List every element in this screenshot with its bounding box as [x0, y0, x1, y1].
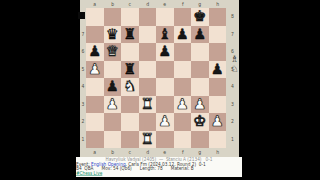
- file-label: c: [125, 150, 134, 154]
- square-a5: ♟: [86, 61, 104, 79]
- square-d8: [139, 8, 157, 26]
- thumbnail-stage: abcdefgh abcdefgh 87654321 87654321 ♚♛♜♝…: [0, 0, 320, 180]
- white-pawn-piece: ♟: [211, 113, 224, 131]
- chess-board-panel: abcdefgh abcdefgh 87654321 87654321 ♚♛♜♝…: [80, 0, 239, 157]
- square-c8: [121, 8, 139, 26]
- file-label: c: [125, 2, 134, 6]
- square-e5: [156, 61, 174, 79]
- chess-live-link[interactable]: #Chess Live: [76, 171, 102, 176]
- square-g5: [191, 61, 209, 79]
- square-e7: ♝: [156, 26, 174, 44]
- square-c4: ♞: [121, 78, 139, 96]
- white-pawn-piece: ♟: [106, 96, 119, 114]
- square-f8: [174, 8, 192, 26]
- rank-label: 4: [230, 82, 236, 91]
- square-d3: ♜: [139, 96, 157, 114]
- rank-label: 8: [230, 12, 236, 21]
- black-queen-piece: ♛: [106, 26, 119, 44]
- square-a7: [86, 26, 104, 44]
- file-label: b: [108, 2, 117, 6]
- footer-line: #Chess Live: [76, 171, 242, 176]
- rank-label: 3: [82, 100, 85, 109]
- square-h6: [209, 43, 227, 61]
- square-b7: ♛: [104, 26, 122, 44]
- file-label: e: [160, 150, 169, 154]
- square-e4: [156, 78, 174, 96]
- square-h8: [209, 8, 227, 26]
- square-e2: ♟: [156, 113, 174, 131]
- square-f2: [174, 113, 192, 131]
- square-e6: ♟: [156, 43, 174, 61]
- rank-label: 5: [82, 65, 85, 74]
- black-to-move-indicator: [78, 12, 85, 19]
- square-c5: ♜: [121, 61, 139, 79]
- rank-label: 6: [82, 47, 85, 56]
- white-rook-piece: ♜: [141, 96, 154, 114]
- file-label: e: [160, 2, 169, 6]
- square-f3: ♟: [174, 96, 192, 114]
- chess-board: ♚♛♜♝♟♟♟♛♟♟♜♟♟♞♟♜♟♟♟♚♟♜: [86, 8, 226, 148]
- rank-label: 1: [230, 135, 236, 144]
- black-pawn-piece: ♟: [193, 26, 206, 44]
- square-f7: ♟: [174, 26, 192, 44]
- black-bishop-piece: ♝: [158, 26, 171, 44]
- file-labels-top: abcdefgh: [86, 0, 226, 8]
- square-c6: [121, 43, 139, 61]
- black-king-piece: ♚: [193, 8, 206, 26]
- black-pawn-piece: ♟: [176, 26, 189, 44]
- square-b2: [104, 113, 122, 131]
- square-g6: [191, 43, 209, 61]
- white-rook-piece: ♜: [141, 131, 154, 149]
- black-pawn-piece: ♟: [211, 61, 224, 79]
- square-a8: [86, 8, 104, 26]
- square-c7: ♜: [121, 26, 139, 44]
- white-pawn-piece: ♟: [88, 61, 101, 79]
- square-a3: [86, 96, 104, 114]
- black-pawn-piece: ♟: [158, 43, 171, 61]
- square-f5: [174, 61, 192, 79]
- square-a1: [86, 131, 104, 149]
- rank-label: 3: [230, 100, 236, 109]
- white-king-piece: ♚: [193, 113, 206, 131]
- square-b8: [104, 8, 122, 26]
- black-rook-piece: ♜: [123, 61, 136, 79]
- square-b1: [104, 131, 122, 149]
- square-g2: ♚: [191, 113, 209, 131]
- square-c3: [121, 96, 139, 114]
- file-label: h: [213, 150, 222, 154]
- square-g3: ♟: [191, 96, 209, 114]
- square-b3: ♟: [104, 96, 122, 114]
- file-label: a: [90, 150, 99, 154]
- square-e3: [156, 96, 174, 114]
- file-label: f: [178, 150, 187, 154]
- rank-label: 4: [82, 82, 85, 91]
- square-c1: [121, 131, 139, 149]
- square-h5: ♟: [209, 61, 227, 79]
- square-d2: [139, 113, 157, 131]
- black-pawn-piece: ♟: [106, 78, 119, 96]
- square-e8: [156, 8, 174, 26]
- file-label: b: [108, 150, 117, 154]
- rank-label: 2: [230, 117, 236, 126]
- square-d5: [139, 61, 157, 79]
- white-pawn-piece: ♟: [176, 96, 189, 114]
- white-knight-piece: ♞: [123, 78, 136, 96]
- black-pawn-piece: ♟: [88, 43, 101, 61]
- square-f4: [174, 78, 192, 96]
- square-g7: ♟: [191, 26, 209, 44]
- square-d6: [139, 43, 157, 61]
- square-e1: [156, 131, 174, 149]
- square-g1: [191, 131, 209, 149]
- white-queen-piece: ♛: [106, 43, 119, 61]
- file-label: d: [143, 2, 152, 6]
- square-f1: [174, 131, 192, 149]
- material-knight-icon: ♘: [230, 64, 238, 74]
- square-a4: [86, 78, 104, 96]
- rank-labels-right: 87654321: [227, 8, 238, 148]
- square-h4: [209, 78, 227, 96]
- rank-label: 7: [230, 30, 236, 39]
- square-g4: [191, 78, 209, 96]
- square-d4: [139, 78, 157, 96]
- square-h1: [209, 131, 227, 149]
- black-rook-piece: ♜: [123, 26, 136, 44]
- rank-label: 7: [82, 30, 85, 39]
- square-h2: ♟: [209, 113, 227, 131]
- square-g8: ♚: [191, 8, 209, 26]
- file-label: d: [143, 150, 152, 154]
- file-label: f: [178, 2, 187, 6]
- square-a2: [86, 113, 104, 131]
- file-label: a: [90, 2, 99, 6]
- white-pawn-piece: ♟: [193, 96, 206, 114]
- white-pawn-piece: ♟: [158, 113, 171, 131]
- square-d1: ♜: [139, 131, 157, 149]
- material-imbalance-tray: ♗ ♘: [229, 54, 240, 74]
- square-b6: ♛: [104, 43, 122, 61]
- square-c2: [121, 113, 139, 131]
- file-label: h: [213, 2, 222, 6]
- square-b4: ♟: [104, 78, 122, 96]
- square-b5: [104, 61, 122, 79]
- square-f6: [174, 43, 192, 61]
- material-bishop-icon: ♗: [230, 54, 238, 64]
- file-labels-bottom: abcdefgh: [86, 148, 226, 156]
- rank-label: 1: [82, 135, 85, 144]
- rank-label: 2: [82, 117, 85, 126]
- square-a6: ♟: [86, 43, 104, 61]
- game-info-panel: Havryliuk Vadysl (2405) — Stanciu A (213…: [76, 157, 242, 177]
- file-label: g: [195, 150, 204, 154]
- square-h7: [209, 26, 227, 44]
- square-h3: [209, 96, 227, 114]
- file-label: g: [195, 2, 204, 6]
- square-d7: [139, 26, 157, 44]
